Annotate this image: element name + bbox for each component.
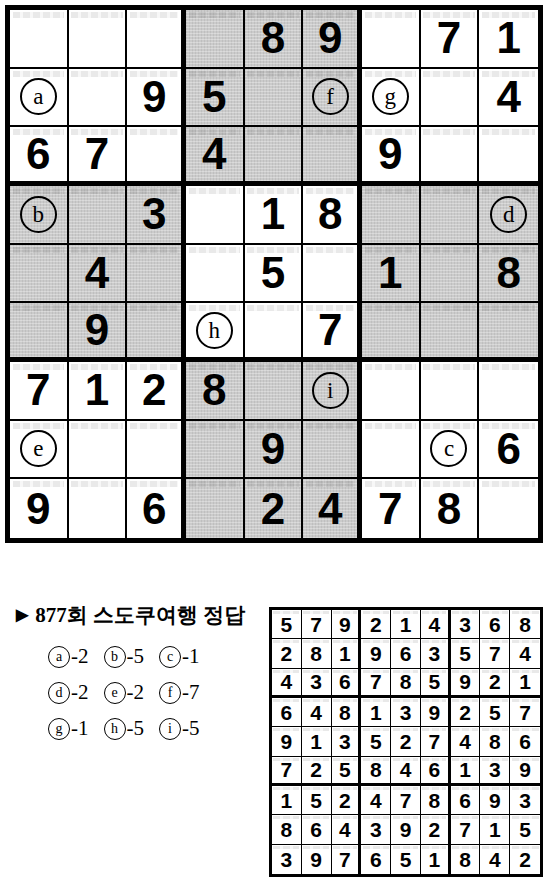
- cell-r9c6: 1: [421, 845, 451, 874]
- circled-letter-b: b: [20, 196, 57, 233]
- given-digit: 8: [428, 790, 440, 811]
- circled-letter-c: c: [430, 430, 467, 467]
- given-digit: 6: [489, 614, 501, 635]
- cell-r8c6: [303, 421, 362, 480]
- given-digit: 7: [489, 643, 501, 664]
- answer-item-c: c-1: [159, 644, 200, 669]
- given-digit: 6: [142, 487, 166, 531]
- cell-r3c5: 8: [391, 669, 421, 698]
- answer-value: -2: [71, 644, 89, 669]
- given-digit: 7: [26, 368, 50, 412]
- cell-r9c9: [479, 479, 538, 538]
- cell-r7c5: 7: [391, 786, 421, 815]
- circled-letter-i: i: [312, 372, 349, 409]
- given-digit: 2: [459, 702, 471, 723]
- cell-r3c7: 9: [451, 669, 481, 698]
- cell-r1c5: 8: [245, 10, 304, 69]
- cell-r5c2: 1: [302, 727, 332, 756]
- given-digit: 1: [310, 731, 322, 752]
- cell-r2c9: 4: [510, 639, 540, 668]
- cell-r2c2: [69, 69, 128, 128]
- cell-r6c5: [245, 303, 304, 362]
- given-digit: 6: [459, 790, 471, 811]
- cell-r1c3: [127, 10, 186, 69]
- given-digit: 8: [519, 614, 531, 635]
- cell-r8c9: 5: [510, 815, 540, 844]
- answer-item-f: f-7: [159, 680, 200, 705]
- cell-r6c4: h: [186, 303, 245, 362]
- cell-r9c3: 7: [332, 845, 362, 874]
- cell-r2c6: f: [303, 69, 362, 128]
- given-digit: 8: [310, 643, 322, 664]
- cell-r8c4: [186, 421, 245, 480]
- cell-r1c8: 7: [421, 10, 480, 69]
- given-digit: 4: [519, 643, 531, 664]
- given-digit: 1: [339, 643, 351, 664]
- given-digit: 5: [370, 731, 382, 752]
- cell-r1c2: 7: [302, 610, 332, 639]
- given-digit: 9: [459, 671, 471, 692]
- answer-value: -1: [71, 716, 89, 741]
- circled-letter-d: d: [490, 196, 527, 233]
- given-digit: 7: [437, 16, 461, 60]
- cell-r3c3: [127, 127, 186, 186]
- given-digit: 5: [519, 819, 531, 840]
- given-digit: 2: [489, 671, 501, 692]
- cell-r7c6: i: [303, 362, 362, 421]
- newspaper-sudoku-page: 8971a95fg46749b318d45189h77128ie9c696247…: [0, 0, 548, 886]
- cell-r4c8: 5: [480, 698, 510, 727]
- answer-item-d: d-2: [48, 680, 89, 705]
- cell-r2c8: [421, 69, 480, 128]
- answer-value: -7: [182, 680, 200, 705]
- cell-r7c7: [362, 362, 421, 421]
- cell-r9c6: 4: [303, 479, 362, 538]
- answer-heading-text: 877회 스도쿠여행 정답: [35, 601, 245, 629]
- circled-letter-d: d: [48, 682, 70, 704]
- cell-r8c3: 4: [332, 815, 362, 844]
- cell-r1c7: 3: [451, 610, 481, 639]
- cell-r9c4: 6: [361, 845, 391, 874]
- given-digit: 6: [400, 643, 412, 664]
- given-digit: 2: [261, 487, 285, 531]
- cell-r4c4: 1: [361, 698, 391, 727]
- cell-r4c3: 8: [332, 698, 362, 727]
- cell-r9c2: [69, 479, 128, 538]
- cell-r2c4: 5: [186, 69, 245, 128]
- given-digit: 7: [370, 671, 382, 692]
- given-digit: 2: [428, 819, 440, 840]
- cell-r8c5: 9: [245, 421, 304, 480]
- given-digit: 5: [281, 614, 293, 635]
- cell-r1c5: 1: [391, 610, 421, 639]
- given-digit: 5: [400, 849, 412, 870]
- cell-r8c6: 2: [421, 815, 451, 844]
- cell-r4c5: 1: [245, 186, 304, 245]
- cell-r3c9: [479, 127, 538, 186]
- given-digit: 6: [339, 671, 351, 692]
- cell-r5c4: 5: [361, 727, 391, 756]
- circled-letter-b: b: [104, 646, 126, 668]
- cell-r2c1: a: [10, 69, 69, 128]
- given-digit: 3: [489, 759, 501, 780]
- cell-r8c2: 6: [302, 815, 332, 844]
- cell-r4c9: 7: [510, 698, 540, 727]
- cell-r5c7: 1: [362, 245, 421, 304]
- given-digit: 9: [318, 16, 342, 60]
- puzzle-grid: 8971a95fg46749b318d45189h77128ie9c696247…: [5, 5, 543, 543]
- given-digit: 1: [428, 849, 440, 870]
- cell-r5c9: 8: [479, 245, 538, 304]
- answer-value: -5: [182, 716, 200, 741]
- cell-r7c4: 4: [361, 786, 391, 815]
- given-digit: 3: [142, 192, 166, 236]
- cell-r9c5: 2: [245, 479, 304, 538]
- cell-r6c7: 1: [451, 757, 481, 786]
- cell-r6c9: [479, 303, 538, 362]
- cell-r4c8: [421, 186, 480, 245]
- circled-letter-c: c: [159, 646, 181, 668]
- answer-item-e: e-2: [104, 680, 145, 705]
- cell-r1c9: 8: [510, 610, 540, 639]
- circled-letter-g: g: [372, 78, 409, 115]
- given-digit: 3: [459, 614, 471, 635]
- cell-r7c1: 7: [10, 362, 69, 421]
- given-digit: 9: [310, 849, 322, 870]
- answer-value: -1: [182, 644, 200, 669]
- given-digit: 3: [519, 790, 531, 811]
- cell-r8c7: 7: [451, 815, 481, 844]
- given-digit: 5: [202, 75, 226, 119]
- cell-r1c1: [10, 10, 69, 69]
- given-digit: 9: [26, 487, 50, 531]
- cell-r6c7: [362, 303, 421, 362]
- cell-r7c2: 5: [302, 786, 332, 815]
- given-digit: 4: [370, 790, 382, 811]
- given-digit: 8: [489, 731, 501, 752]
- cell-r5c6: [303, 245, 362, 304]
- given-digit: 1: [85, 368, 109, 412]
- given-digit: 3: [428, 643, 440, 664]
- cell-r5c8: 8: [480, 727, 510, 756]
- given-digit: 6: [428, 759, 440, 780]
- answer-key-list: a-2b-5c-1d-2e-2f-7g-1h-5i-5: [48, 644, 200, 741]
- cell-r6c4: 8: [361, 757, 391, 786]
- given-digit: 1: [496, 16, 520, 60]
- answer-item-b: b-5: [104, 644, 145, 669]
- cell-r6c2: 9: [69, 303, 128, 362]
- cell-r1c2: [69, 10, 128, 69]
- given-digit: 6: [281, 702, 293, 723]
- given-digit: 5: [339, 759, 351, 780]
- answer-item-h: h-5: [104, 716, 145, 741]
- given-digit: 4: [400, 759, 412, 780]
- cell-r8c8: c: [421, 421, 480, 480]
- given-digit: 3: [400, 702, 412, 723]
- given-digit: 4: [85, 251, 109, 295]
- given-digit: 2: [339, 790, 351, 811]
- cell-r7c5: [245, 362, 304, 421]
- cell-r3c4: 4: [186, 127, 245, 186]
- cell-r7c6: 8: [421, 786, 451, 815]
- cell-r5c3: [127, 245, 186, 304]
- given-digit: 2: [281, 643, 293, 664]
- cell-r7c7: 6: [451, 786, 481, 815]
- given-digit: 8: [437, 487, 461, 531]
- given-digit: 3: [281, 849, 293, 870]
- cell-r2c8: 7: [480, 639, 510, 668]
- given-digit: 8: [370, 759, 382, 780]
- cell-r5c1: 9: [272, 727, 302, 756]
- cell-r7c9: [479, 362, 538, 421]
- cell-r7c8: 9: [480, 786, 510, 815]
- cell-r2c5: [245, 69, 304, 128]
- given-digit: 6: [370, 849, 382, 870]
- cell-r7c2: 1: [69, 362, 128, 421]
- cell-r7c8: [421, 362, 480, 421]
- given-digit: 7: [459, 819, 471, 840]
- cell-r4c4: [186, 186, 245, 245]
- circled-letter-h: h: [196, 312, 233, 349]
- given-digit: 2: [519, 849, 531, 870]
- cell-r3c2: 7: [69, 127, 128, 186]
- given-digit: 9: [489, 790, 501, 811]
- cell-r6c3: 5: [332, 757, 362, 786]
- cell-r3c6: 5: [421, 669, 451, 698]
- cell-r8c9: 6: [479, 421, 538, 480]
- given-digit: 5: [428, 671, 440, 692]
- given-digit: 9: [519, 759, 531, 780]
- circled-letter-a: a: [48, 646, 70, 668]
- given-digit: 4: [459, 731, 471, 752]
- answer-value: -2: [71, 680, 89, 705]
- cell-r9c5: 5: [391, 845, 421, 874]
- given-digit: 4: [202, 132, 226, 176]
- cell-r9c1: 3: [272, 845, 302, 874]
- cell-r9c9: 2: [510, 845, 540, 874]
- previous-answer-heading: ▶ 877회 스도쿠여행 정답: [16, 601, 245, 629]
- cell-r1c4: 2: [361, 610, 391, 639]
- circled-letter-e: e: [104, 682, 126, 704]
- cell-r5c5: 5: [245, 245, 304, 304]
- cell-r2c7: g: [362, 69, 421, 128]
- given-digit: 9: [378, 132, 402, 176]
- cell-r4c6: 9: [421, 698, 451, 727]
- cell-r2c1: 2: [272, 639, 302, 668]
- given-digit: 3: [339, 731, 351, 752]
- given-digit: 5: [459, 643, 471, 664]
- circled-letter-g: g: [48, 718, 70, 740]
- given-digit: 8: [281, 819, 293, 840]
- cell-r1c7: [362, 10, 421, 69]
- cell-r5c7: 4: [451, 727, 481, 756]
- cell-r9c3: 6: [127, 479, 186, 538]
- cell-r5c2: 4: [69, 245, 128, 304]
- triangle-marker-icon: ▶: [16, 607, 28, 623]
- cell-r3c1: 6: [10, 127, 69, 186]
- cell-r9c4: [186, 479, 245, 538]
- cell-r9c7: 7: [362, 479, 421, 538]
- cell-r8c7: [362, 421, 421, 480]
- given-digit: 1: [370, 702, 382, 723]
- cell-r6c1: 7: [272, 757, 302, 786]
- answer-item-a: a-2: [48, 644, 89, 669]
- answer-item-i: i-5: [159, 716, 200, 741]
- given-digit: 7: [281, 759, 293, 780]
- cell-r5c4: [186, 245, 245, 304]
- cell-r1c3: 9: [332, 610, 362, 639]
- given-digit: 1: [459, 759, 471, 780]
- cell-r4c6: 8: [303, 186, 362, 245]
- given-digit: 9: [142, 75, 166, 119]
- cell-r3c3: 6: [332, 669, 362, 698]
- given-digit: 8: [400, 671, 412, 692]
- cell-r5c8: [421, 245, 480, 304]
- cell-r6c6: 7: [303, 303, 362, 362]
- cell-r7c1: 1: [272, 786, 302, 815]
- given-digit: 1: [489, 819, 501, 840]
- given-digit: 2: [400, 731, 412, 752]
- cell-r8c5: 9: [391, 815, 421, 844]
- cell-r1c9: 1: [479, 10, 538, 69]
- cell-r4c7: 2: [451, 698, 481, 727]
- given-digit: 4: [339, 819, 351, 840]
- cell-r2c3: 9: [127, 69, 186, 128]
- given-digit: 5: [261, 251, 285, 295]
- given-digit: 3: [370, 819, 382, 840]
- answer-item-g: g-1: [48, 716, 89, 741]
- given-digit: 4: [318, 487, 342, 531]
- cell-r3c6: [303, 127, 362, 186]
- given-digit: 1: [281, 790, 293, 811]
- cell-r3c7: 9: [362, 127, 421, 186]
- given-digit: 7: [428, 731, 440, 752]
- given-digit: 9: [261, 427, 285, 471]
- given-digit: 9: [339, 614, 351, 635]
- circled-letter-h: h: [104, 718, 126, 740]
- answer-value: -5: [127, 716, 145, 741]
- given-digit: 7: [339, 849, 351, 870]
- cell-r3c5: [245, 127, 304, 186]
- cell-r1c1: 5: [272, 610, 302, 639]
- cell-r3c2: 3: [302, 669, 332, 698]
- cell-r5c9: 6: [510, 727, 540, 756]
- given-digit: 9: [85, 308, 109, 352]
- answer-value: -5: [127, 644, 145, 669]
- circled-letter-f: f: [312, 78, 349, 115]
- cell-r1c4: [186, 10, 245, 69]
- circled-letter-f: f: [159, 682, 181, 704]
- cell-r9c1: 9: [10, 479, 69, 538]
- cell-r4c2: [69, 186, 128, 245]
- given-digit: 4: [428, 614, 440, 635]
- given-digit: 6: [310, 819, 322, 840]
- given-digit: 9: [370, 643, 382, 664]
- cell-r7c4: 8: [186, 362, 245, 421]
- given-digit: 6: [496, 427, 520, 471]
- cell-r7c3: 2: [332, 786, 362, 815]
- cell-r6c5: 4: [391, 757, 421, 786]
- cell-r3c9: 1: [510, 669, 540, 698]
- cell-r1c6: 9: [303, 10, 362, 69]
- cell-r9c8: 8: [421, 479, 480, 538]
- given-digit: 8: [318, 192, 342, 236]
- given-digit: 1: [378, 251, 402, 295]
- cell-r4c5: 3: [391, 698, 421, 727]
- cell-r6c3: [127, 303, 186, 362]
- given-digit: 1: [519, 671, 531, 692]
- cell-r5c3: 3: [332, 727, 362, 756]
- given-digit: 4: [281, 671, 293, 692]
- given-digit: 4: [496, 75, 520, 119]
- given-digit: 3: [310, 671, 322, 692]
- cell-r2c3: 1: [332, 639, 362, 668]
- cell-r7c3: 2: [127, 362, 186, 421]
- cell-r8c4: 3: [361, 815, 391, 844]
- given-digit: 5: [310, 790, 322, 811]
- cell-r8c2: [69, 421, 128, 480]
- given-digit: 2: [310, 759, 322, 780]
- given-digit: 2: [370, 614, 382, 635]
- cell-r9c2: 9: [302, 845, 332, 874]
- cell-r1c8: 6: [480, 610, 510, 639]
- given-digit: 8: [261, 16, 285, 60]
- cell-r1c6: 4: [421, 610, 451, 639]
- circled-letter-e: e: [20, 430, 57, 467]
- given-digit: 7: [318, 308, 342, 352]
- cell-r2c2: 8: [302, 639, 332, 668]
- cell-r6c9: 9: [510, 757, 540, 786]
- cell-r5c1: [10, 245, 69, 304]
- given-digit: 7: [400, 790, 412, 811]
- given-digit: 7: [519, 702, 531, 723]
- cell-r8c3: [127, 421, 186, 480]
- cell-r5c5: 2: [391, 727, 421, 756]
- cell-r8c8: 1: [480, 815, 510, 844]
- given-digit: 5: [489, 702, 501, 723]
- cell-r2c4: 9: [361, 639, 391, 668]
- given-digit: 6: [26, 132, 50, 176]
- given-digit: 8: [496, 251, 520, 295]
- given-digit: 7: [310, 614, 322, 635]
- cell-r5c6: 7: [421, 727, 451, 756]
- cell-r9c8: 4: [480, 845, 510, 874]
- given-digit: 9: [428, 702, 440, 723]
- given-digit: 8: [459, 849, 471, 870]
- circled-letter-i: i: [159, 718, 181, 740]
- cell-r6c8: [421, 303, 480, 362]
- answer-value: -2: [127, 680, 145, 705]
- cell-r2c6: 3: [421, 639, 451, 668]
- cell-r4c7: [362, 186, 421, 245]
- cell-r2c7: 5: [451, 639, 481, 668]
- given-digit: 9: [281, 731, 293, 752]
- cell-r3c1: 4: [272, 669, 302, 698]
- cell-r3c8: [421, 127, 480, 186]
- solution-grid: 5792143682819635744367859216481392579135…: [269, 607, 543, 877]
- cell-r9c7: 8: [451, 845, 481, 874]
- circled-letter-a: a: [20, 78, 57, 115]
- given-digit: 1: [261, 192, 285, 236]
- cell-r2c9: 4: [479, 69, 538, 128]
- given-digit: 7: [85, 132, 109, 176]
- cell-r4c1: 6: [272, 698, 302, 727]
- cell-r6c1: [10, 303, 69, 362]
- cell-r6c6: 6: [421, 757, 451, 786]
- cell-r4c2: 4: [302, 698, 332, 727]
- cell-r8c1: e: [10, 421, 69, 480]
- cell-r4c3: 3: [127, 186, 186, 245]
